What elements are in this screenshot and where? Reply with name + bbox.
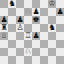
square-b3[interactable] (8, 40, 16, 48)
square-b5[interactable] (8, 24, 16, 32)
square-e1[interactable] (32, 56, 40, 64)
square-c4[interactable] (16, 32, 24, 40)
square-b8[interactable]: ♞ (8, 0, 16, 8)
square-h8[interactable] (56, 0, 64, 8)
square-a1[interactable] (0, 56, 8, 64)
square-d1[interactable] (24, 56, 32, 64)
square-a5[interactable]: ♜ (0, 24, 8, 32)
square-h4[interactable] (56, 32, 64, 40)
chess-board: ♞♔♘♟♟♟♟♚♜♙♞♕♖♟♘ (0, 0, 64, 64)
square-b1[interactable] (8, 56, 16, 64)
square-e7[interactable]: ♟ (32, 8, 40, 16)
square-b7[interactable] (8, 8, 16, 16)
square-g2[interactable] (48, 48, 56, 56)
piece-white-king[interactable]: ♔ (48, 0, 55, 8)
square-f6[interactable] (40, 16, 48, 24)
square-a2[interactable] (0, 48, 8, 56)
square-f2[interactable] (40, 48, 48, 56)
square-h5[interactable] (56, 24, 64, 32)
piece-white-pawn[interactable]: ♙ (16, 24, 23, 32)
square-e5[interactable] (32, 24, 40, 32)
square-d6[interactable] (24, 16, 32, 24)
square-f7[interactable] (40, 8, 48, 16)
piece-black-pawn[interactable]: ♟ (32, 32, 39, 40)
piece-black-pawn[interactable]: ♟ (16, 16, 23, 24)
square-b4[interactable] (8, 32, 16, 40)
square-h2[interactable] (56, 48, 64, 56)
square-h7[interactable]: ♟ (56, 8, 64, 16)
piece-white-queen[interactable]: ♕ (0, 32, 7, 40)
square-d5[interactable] (24, 24, 32, 32)
square-h3[interactable] (56, 40, 64, 48)
square-g1[interactable] (48, 56, 56, 64)
square-c5[interactable]: ♙ (16, 24, 24, 32)
square-b6[interactable] (8, 16, 16, 24)
square-c3[interactable] (16, 40, 24, 48)
square-f3[interactable] (40, 40, 48, 48)
piece-black-pawn[interactable]: ♟ (32, 8, 39, 16)
square-a8[interactable] (0, 0, 8, 8)
square-d2[interactable]: ♘ (24, 48, 32, 56)
square-g4[interactable] (48, 32, 56, 40)
square-c2[interactable] (16, 48, 24, 56)
square-f5[interactable] (40, 24, 48, 32)
square-f1[interactable] (40, 56, 48, 64)
square-h1[interactable] (56, 56, 64, 64)
square-e6[interactable]: ♚ (32, 16, 40, 24)
square-g5[interactable]: ♞ (48, 24, 56, 32)
square-g7[interactable] (48, 8, 56, 16)
piece-black-pawn[interactable]: ♟ (0, 16, 7, 24)
square-a6[interactable]: ♟ (0, 16, 8, 24)
piece-white-rook[interactable]: ♖ (24, 32, 31, 40)
square-a3[interactable] (0, 40, 8, 48)
square-g3[interactable] (48, 40, 56, 48)
square-c6[interactable]: ♟ (16, 16, 24, 24)
square-f8[interactable] (40, 0, 48, 8)
square-g6[interactable] (48, 16, 56, 24)
piece-black-king[interactable]: ♚ (32, 16, 39, 24)
square-c1[interactable] (16, 56, 24, 64)
square-d7[interactable]: ♘ (24, 8, 32, 16)
square-d3[interactable] (24, 40, 32, 48)
square-a7[interactable] (0, 8, 8, 16)
piece-black-rook[interactable]: ♜ (0, 24, 7, 32)
square-e4[interactable]: ♟ (32, 32, 40, 40)
square-a4[interactable]: ♕ (0, 32, 8, 40)
square-c8[interactable] (16, 0, 24, 8)
square-e3[interactable] (32, 40, 40, 48)
square-c7[interactable] (16, 8, 24, 16)
square-d8[interactable] (24, 0, 32, 8)
square-f4[interactable] (40, 32, 48, 40)
square-g8[interactable]: ♔ (48, 0, 56, 8)
square-h6[interactable] (56, 16, 64, 24)
piece-black-knight[interactable]: ♞ (48, 24, 55, 32)
piece-black-knight[interactable]: ♞ (8, 0, 15, 8)
piece-white-knight[interactable]: ♘ (24, 48, 31, 56)
square-e8[interactable] (32, 0, 40, 8)
piece-white-knight[interactable]: ♘ (24, 8, 31, 16)
square-e2[interactable] (32, 48, 40, 56)
piece-black-pawn[interactable]: ♟ (56, 8, 63, 16)
square-b2[interactable] (8, 48, 16, 56)
square-d4[interactable]: ♖ (24, 32, 32, 40)
